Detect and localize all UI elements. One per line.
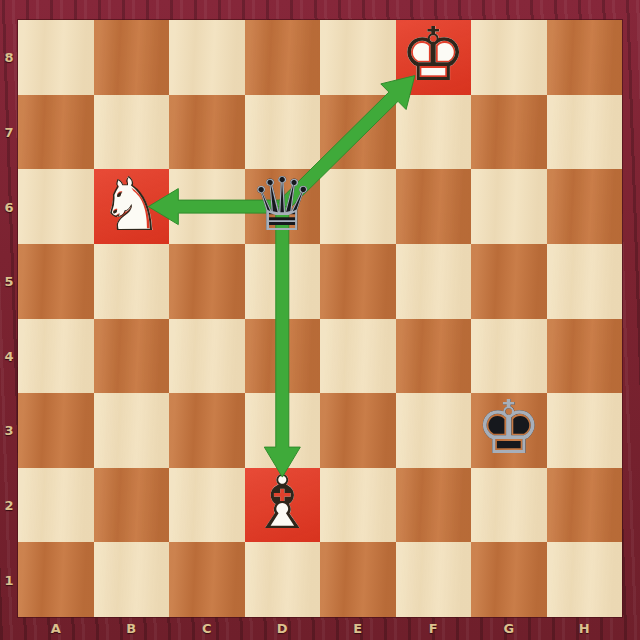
square-f8[interactable]: ♚♔ [396,20,472,95]
file-label-c: C [169,619,245,640]
square-c1[interactable] [169,542,245,617]
square-g4[interactable] [471,319,547,394]
square-a1[interactable] [18,542,94,617]
square-b5[interactable] [94,244,170,319]
queen-glyph-outline: ♕ [249,167,315,241]
file-label-a: A [18,619,94,640]
chessboard: ♚♔♞♘♛♕♚♔♝♗ [18,20,622,617]
square-d8[interactable] [245,20,321,95]
square-h7[interactable] [547,95,623,170]
square-g8[interactable] [471,20,547,95]
square-d1[interactable] [245,542,321,617]
rank-label-3: 3 [0,423,18,438]
square-b4[interactable] [94,319,170,394]
square-c7[interactable] [169,95,245,170]
white-bishop-d2[interactable]: ♝♗ [245,468,321,543]
rank-label-6: 6 [0,199,18,214]
square-a8[interactable] [18,20,94,95]
square-c3[interactable] [169,393,245,468]
square-g5[interactable] [471,244,547,319]
square-h1[interactable] [547,542,623,617]
square-f6[interactable] [396,169,472,244]
square-g3[interactable]: ♚♔ [471,393,547,468]
square-b3[interactable] [94,393,170,468]
square-e3[interactable] [320,393,396,468]
square-h4[interactable] [547,319,623,394]
square-a2[interactable] [18,468,94,543]
square-c5[interactable] [169,244,245,319]
square-e2[interactable] [320,468,396,543]
square-e8[interactable] [320,20,396,95]
square-b8[interactable] [94,20,170,95]
king-glyph-outline: ♔ [400,17,466,91]
rank-label-5: 5 [0,274,18,289]
file-label-h: H [547,619,623,640]
square-g2[interactable] [471,468,547,543]
white-king-f8[interactable]: ♚♔ [396,20,472,95]
square-c6[interactable] [169,169,245,244]
square-b2[interactable] [94,468,170,543]
square-b1[interactable] [94,542,170,617]
file-label-d: D [245,619,321,640]
black-queen-d6[interactable]: ♛♕ [245,169,321,244]
black-king-g3[interactable]: ♚♔ [471,393,547,468]
square-a4[interactable] [18,319,94,394]
square-f5[interactable] [396,244,472,319]
square-g6[interactable] [471,169,547,244]
square-f4[interactable] [396,319,472,394]
square-g1[interactable] [471,542,547,617]
file-label-e: E [320,619,396,640]
square-b6[interactable]: ♞♘ [94,169,170,244]
square-e5[interactable] [320,244,396,319]
rank-label-8: 8 [0,50,18,65]
square-d2[interactable]: ♝♗ [245,468,321,543]
square-e4[interactable] [320,319,396,394]
chessboard-frame: ♚♔♞♘♛♕♚♔♝♗ 12345678ABCDEFGH [0,0,640,640]
square-a3[interactable] [18,393,94,468]
rank-label-4: 4 [0,348,18,363]
square-h8[interactable] [547,20,623,95]
square-b7[interactable] [94,95,170,170]
rank-label-7: 7 [0,124,18,139]
file-label-b: B [94,619,170,640]
bishop-glyph-outline: ♗ [249,465,315,539]
rank-label-2: 2 [0,498,18,513]
square-h6[interactable] [547,169,623,244]
square-e6[interactable] [320,169,396,244]
king-glyph-outline: ♔ [476,390,542,464]
knight-glyph-outline: ♘ [98,167,164,241]
square-e7[interactable] [320,95,396,170]
square-f2[interactable] [396,468,472,543]
square-a7[interactable] [18,95,94,170]
square-a5[interactable] [18,244,94,319]
rank-label-1: 1 [0,572,18,587]
square-h2[interactable] [547,468,623,543]
square-e1[interactable] [320,542,396,617]
square-d6[interactable]: ♛♕ [245,169,321,244]
square-d4[interactable] [245,319,321,394]
square-c2[interactable] [169,468,245,543]
square-c8[interactable] [169,20,245,95]
square-h5[interactable] [547,244,623,319]
square-h3[interactable] [547,393,623,468]
square-g7[interactable] [471,95,547,170]
square-a6[interactable] [18,169,94,244]
file-label-f: F [396,619,472,640]
file-label-g: G [471,619,547,640]
square-f1[interactable] [396,542,472,617]
white-knight-b6[interactable]: ♞♘ [94,169,170,244]
square-d3[interactable] [245,393,321,468]
square-c4[interactable] [169,319,245,394]
square-d5[interactable] [245,244,321,319]
square-f3[interactable] [396,393,472,468]
square-d7[interactable] [245,95,321,170]
square-f7[interactable] [396,95,472,170]
